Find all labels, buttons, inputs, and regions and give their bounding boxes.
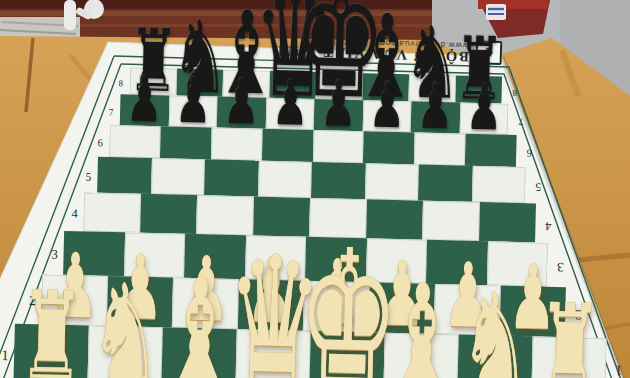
square-d5 — [258, 161, 312, 198]
square-g1 — [457, 335, 532, 378]
square-h2 — [499, 286, 566, 338]
square-c3 — [184, 234, 246, 279]
square-d4 — [253, 196, 310, 236]
square-a3 — [63, 231, 125, 276]
rank-label-right-7: 7 — [518, 116, 523, 127]
square-d8 — [269, 71, 316, 99]
square-g3 — [426, 240, 488, 285]
square-d2 — [237, 279, 304, 331]
rank-label-right-6: 6 — [526, 148, 532, 159]
square-d7 — [265, 98, 314, 130]
square-b8 — [176, 69, 223, 97]
square-b4 — [140, 194, 197, 234]
square-a7 — [120, 94, 169, 126]
square-c8 — [222, 70, 269, 98]
square-b2 — [106, 276, 173, 328]
square-a6 — [109, 125, 161, 158]
square-h7 — [459, 103, 508, 135]
square-f7 — [362, 100, 411, 132]
square-h5 — [472, 166, 526, 203]
square-a5 — [97, 157, 151, 194]
square-c1 — [161, 327, 236, 378]
square-g6 — [414, 132, 466, 165]
square-e8 — [315, 72, 362, 100]
square-b5 — [151, 158, 205, 195]
square-g8 — [408, 74, 455, 102]
square-d6 — [262, 129, 314, 162]
rank-label-right-1: 1 — [615, 362, 623, 378]
rank-label-right-2: 2 — [575, 306, 582, 322]
square-g2 — [434, 284, 501, 336]
square-f6 — [363, 131, 415, 164]
square-g4 — [422, 201, 479, 241]
square-a4 — [83, 192, 140, 232]
square-a2 — [41, 274, 108, 326]
chess-board: 8877665544332211♜♞♝♛♚♝♞♜♟♟♟♟♟♟♟♟♟♟♟♟♟♟♟♟… — [0, 0, 630, 378]
square-e2 — [303, 281, 370, 333]
square-e5 — [311, 162, 365, 199]
square-e7 — [314, 99, 363, 131]
square-h1 — [531, 336, 606, 378]
square-b1 — [87, 326, 162, 378]
square-c2 — [172, 278, 239, 330]
rank-label-left-7: 7 — [109, 106, 114, 117]
square-b6 — [160, 126, 212, 159]
rank-label-right-3: 3 — [557, 259, 564, 275]
square-g7 — [411, 101, 460, 133]
square-f3 — [366, 238, 428, 283]
square-h8 — [455, 75, 502, 103]
rank-label-left-2: 2 — [29, 293, 36, 309]
square-f4 — [366, 199, 423, 239]
square-f8 — [362, 73, 409, 101]
square-d1 — [235, 329, 310, 378]
square-c5 — [204, 159, 258, 196]
rank-label-left-5: 5 — [86, 170, 92, 182]
rank-label-right-8: 8 — [512, 87, 517, 97]
square-e4 — [309, 198, 366, 238]
square-g5 — [418, 165, 472, 202]
rank-label-right-5: 5 — [535, 181, 541, 193]
square-c4 — [196, 195, 253, 235]
square-d3 — [245, 235, 307, 280]
square-c7 — [217, 97, 266, 129]
rank-label-left-6: 6 — [98, 137, 104, 148]
square-b7 — [168, 95, 217, 127]
rank-label-left-8: 8 — [118, 78, 123, 88]
rank-label-left-1: 1 — [1, 347, 9, 364]
square-f2 — [368, 282, 435, 334]
square-f1 — [383, 333, 458, 378]
chess-photo-scene: ♞ BỘ CỜ VUA VIỆT NAM www.dinhcovua.com -… — [0, 0, 630, 378]
square-a1 — [13, 324, 88, 378]
square-h3 — [486, 241, 548, 286]
square-h6 — [465, 134, 517, 167]
rank-label-left-4: 4 — [71, 206, 77, 221]
square-f5 — [365, 163, 419, 200]
square-a8 — [130, 67, 177, 95]
square-e6 — [312, 130, 364, 163]
rank-label-left-3: 3 — [51, 247, 58, 263]
square-h4 — [479, 202, 536, 242]
square-e3 — [305, 237, 367, 282]
rank-label-right-4: 4 — [545, 218, 551, 233]
square-b3 — [124, 232, 186, 277]
square-c6 — [211, 127, 263, 160]
square-e1 — [309, 331, 384, 378]
